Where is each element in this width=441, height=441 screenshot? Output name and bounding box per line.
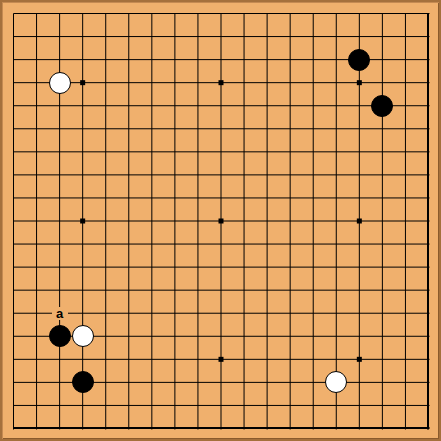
intersection [48,163,71,186]
intersection [209,279,232,302]
intersection [25,256,48,279]
intersection [348,94,371,117]
intersection [302,48,325,71]
intersection [48,140,71,163]
intersection [348,279,371,302]
go-board: a [0,0,441,441]
intersection [163,417,186,440]
intersection [140,256,163,279]
intersection [256,94,279,117]
intersection [348,117,371,140]
intersection [302,348,325,371]
intersection [71,94,94,117]
intersection [348,163,371,186]
intersection [140,279,163,302]
intersection [94,25,117,48]
intersection [163,371,186,394]
intersection [302,279,325,302]
intersection [48,417,71,440]
intersection [256,279,279,302]
intersection [163,348,186,371]
intersection [302,25,325,48]
intersection [25,48,48,71]
intersection [417,2,440,25]
intersection [325,186,348,209]
intersection [209,209,232,232]
intersection [233,48,256,71]
intersection [163,163,186,186]
intersection [233,233,256,256]
intersection [302,71,325,94]
intersection [233,256,256,279]
intersection [48,394,71,417]
intersection [186,48,209,71]
intersection [117,25,140,48]
intersection [233,163,256,186]
intersection [394,371,417,394]
intersection [279,117,302,140]
intersection [394,302,417,325]
intersection [371,94,394,117]
intersection [2,417,25,440]
intersection [48,209,71,232]
intersection [94,117,117,140]
intersection [233,2,256,25]
intersection [140,140,163,163]
intersection [256,71,279,94]
intersection [279,209,302,232]
intersection [348,186,371,209]
intersection [233,394,256,417]
intersection [256,48,279,71]
intersection [117,233,140,256]
intersection [256,394,279,417]
intersection [209,117,232,140]
intersection [371,233,394,256]
intersection [279,48,302,71]
intersection [233,117,256,140]
intersection [325,371,348,394]
intersection [233,209,256,232]
intersection [117,71,140,94]
intersection [256,256,279,279]
intersection [25,140,48,163]
intersection [256,117,279,140]
intersection [117,48,140,71]
intersection [256,209,279,232]
intersection [117,117,140,140]
white-stone [325,371,347,393]
intersection [348,25,371,48]
intersection [256,186,279,209]
intersection [186,348,209,371]
intersection [140,163,163,186]
intersection [256,163,279,186]
intersection [2,163,25,186]
intersection [256,140,279,163]
intersection [94,186,117,209]
intersection [417,140,440,163]
board-intersections: a [2,2,440,440]
intersection [394,256,417,279]
intersection [48,256,71,279]
intersection [233,71,256,94]
intersection [371,71,394,94]
intersection [140,371,163,394]
intersection [163,117,186,140]
intersection [163,48,186,71]
intersection [71,348,94,371]
intersection [417,233,440,256]
intersection [117,302,140,325]
intersection [394,117,417,140]
intersection [25,417,48,440]
intersection [302,302,325,325]
intersection [2,371,25,394]
intersection [48,71,71,94]
intersection [348,394,371,417]
intersection [140,71,163,94]
intersection [25,394,48,417]
intersection [25,117,48,140]
intersection [302,94,325,117]
intersection [256,302,279,325]
intersection [325,233,348,256]
intersection [371,325,394,348]
intersection [233,186,256,209]
intersection [25,94,48,117]
intersection [209,256,232,279]
intersection [209,2,232,25]
intersection [417,325,440,348]
intersection [279,348,302,371]
intersection [71,71,94,94]
intersection [371,417,394,440]
intersection [302,371,325,394]
intersection [209,348,232,371]
intersection [394,348,417,371]
intersection [25,163,48,186]
intersection [140,48,163,71]
intersection [186,325,209,348]
intersection [302,140,325,163]
intersection [302,117,325,140]
intersection [186,186,209,209]
intersection [140,348,163,371]
intersection [371,209,394,232]
intersection [417,348,440,371]
intersection [209,417,232,440]
intersection [140,417,163,440]
intersection [348,140,371,163]
intersection [94,302,117,325]
intersection [279,25,302,48]
black-stone [348,49,370,71]
intersection [48,117,71,140]
intersection [71,48,94,71]
intersection [71,325,94,348]
intersection [117,209,140,232]
intersection [71,394,94,417]
intersection [325,71,348,94]
intersection [186,394,209,417]
intersection [394,140,417,163]
intersection [94,48,117,71]
intersection [417,371,440,394]
intersection [417,279,440,302]
intersection [256,233,279,256]
intersection [163,325,186,348]
intersection [371,117,394,140]
intersection [117,279,140,302]
intersection [348,2,371,25]
intersection [25,186,48,209]
intersection [394,71,417,94]
intersection [163,394,186,417]
intersection [417,256,440,279]
intersection [256,417,279,440]
intersection [94,394,117,417]
intersection [394,209,417,232]
intersection [94,2,117,25]
intersection [48,25,71,48]
intersection [117,256,140,279]
intersection [140,233,163,256]
intersection [2,233,25,256]
intersection [417,25,440,48]
intersection [186,2,209,25]
intersection [163,302,186,325]
intersection [233,25,256,48]
intersection [140,94,163,117]
intersection [163,94,186,117]
intersection [2,279,25,302]
intersection [94,371,117,394]
intersection [325,2,348,25]
intersection [48,2,71,25]
intersection [94,209,117,232]
intersection [71,163,94,186]
intersection [186,71,209,94]
intersection [25,2,48,25]
intersection [163,2,186,25]
intersection [94,348,117,371]
intersection [71,140,94,163]
intersection [348,233,371,256]
intersection [71,233,94,256]
intersection [140,117,163,140]
intersection [117,140,140,163]
intersection [2,394,25,417]
intersection [279,302,302,325]
intersection [186,302,209,325]
intersection [209,302,232,325]
intersection [94,163,117,186]
point-label-a: a [52,307,68,320]
intersection [279,279,302,302]
intersection [394,186,417,209]
intersection [48,325,71,348]
intersection [163,140,186,163]
intersection [2,140,25,163]
intersection [233,279,256,302]
intersection [394,279,417,302]
intersection [2,302,25,325]
white-stone [72,325,94,347]
intersection [325,394,348,417]
intersection [256,371,279,394]
intersection [186,140,209,163]
intersection [94,279,117,302]
intersection [394,163,417,186]
intersection [325,25,348,48]
intersection [325,94,348,117]
intersection [2,325,25,348]
intersection [302,233,325,256]
intersection [140,2,163,25]
intersection [417,94,440,117]
intersection [117,371,140,394]
intersection [325,325,348,348]
intersection [186,94,209,117]
intersection [371,302,394,325]
intersection [25,325,48,348]
intersection [279,256,302,279]
intersection [117,417,140,440]
intersection [94,325,117,348]
intersection [371,279,394,302]
intersection [325,256,348,279]
intersection [2,209,25,232]
intersection [209,163,232,186]
intersection: a [48,302,71,325]
intersection [163,279,186,302]
intersection [371,186,394,209]
intersection [163,256,186,279]
intersection [186,209,209,232]
intersection [140,25,163,48]
intersection [25,348,48,371]
intersection [48,279,71,302]
intersection [417,417,440,440]
intersection [140,209,163,232]
intersection [71,209,94,232]
intersection [279,163,302,186]
intersection [233,94,256,117]
intersection [302,394,325,417]
intersection [394,25,417,48]
intersection [371,348,394,371]
intersection [186,25,209,48]
intersection [394,2,417,25]
intersection [348,209,371,232]
black-stone [371,95,393,117]
intersection [348,371,371,394]
intersection [417,394,440,417]
intersection [71,371,94,394]
intersection [348,417,371,440]
intersection [371,48,394,71]
intersection [48,186,71,209]
intersection [256,348,279,371]
intersection [94,417,117,440]
intersection [417,71,440,94]
intersection [302,163,325,186]
intersection [71,186,94,209]
intersection [2,25,25,48]
intersection [233,371,256,394]
intersection [186,256,209,279]
intersection [117,94,140,117]
intersection [256,25,279,48]
intersection [209,25,232,48]
intersection [233,140,256,163]
intersection [325,163,348,186]
intersection [71,2,94,25]
intersection [279,71,302,94]
intersection [209,140,232,163]
intersection [348,71,371,94]
intersection [25,279,48,302]
intersection [371,25,394,48]
intersection [417,209,440,232]
intersection [186,117,209,140]
intersection [25,71,48,94]
intersection [71,117,94,140]
intersection [94,94,117,117]
intersection [25,209,48,232]
intersection [417,186,440,209]
intersection [2,94,25,117]
intersection [256,2,279,25]
intersection [163,233,186,256]
intersection [117,325,140,348]
intersection [417,302,440,325]
intersection [140,325,163,348]
intersection [186,163,209,186]
intersection [302,2,325,25]
intersection [163,209,186,232]
intersection [71,302,94,325]
intersection [209,71,232,94]
intersection [140,302,163,325]
black-stone [49,325,71,347]
intersection [48,348,71,371]
intersection [71,25,94,48]
intersection [371,163,394,186]
intersection [186,371,209,394]
intersection [348,302,371,325]
intersection [348,325,371,348]
intersection [117,186,140,209]
intersection [325,48,348,71]
intersection [325,302,348,325]
intersection [209,233,232,256]
intersection [256,325,279,348]
intersection [48,94,71,117]
white-stone [49,72,71,94]
intersection [371,394,394,417]
intersection [371,2,394,25]
intersection [117,2,140,25]
intersection [25,233,48,256]
intersection [2,348,25,371]
intersection [302,186,325,209]
intersection [25,371,48,394]
intersection [394,417,417,440]
intersection [48,371,71,394]
intersection [417,163,440,186]
